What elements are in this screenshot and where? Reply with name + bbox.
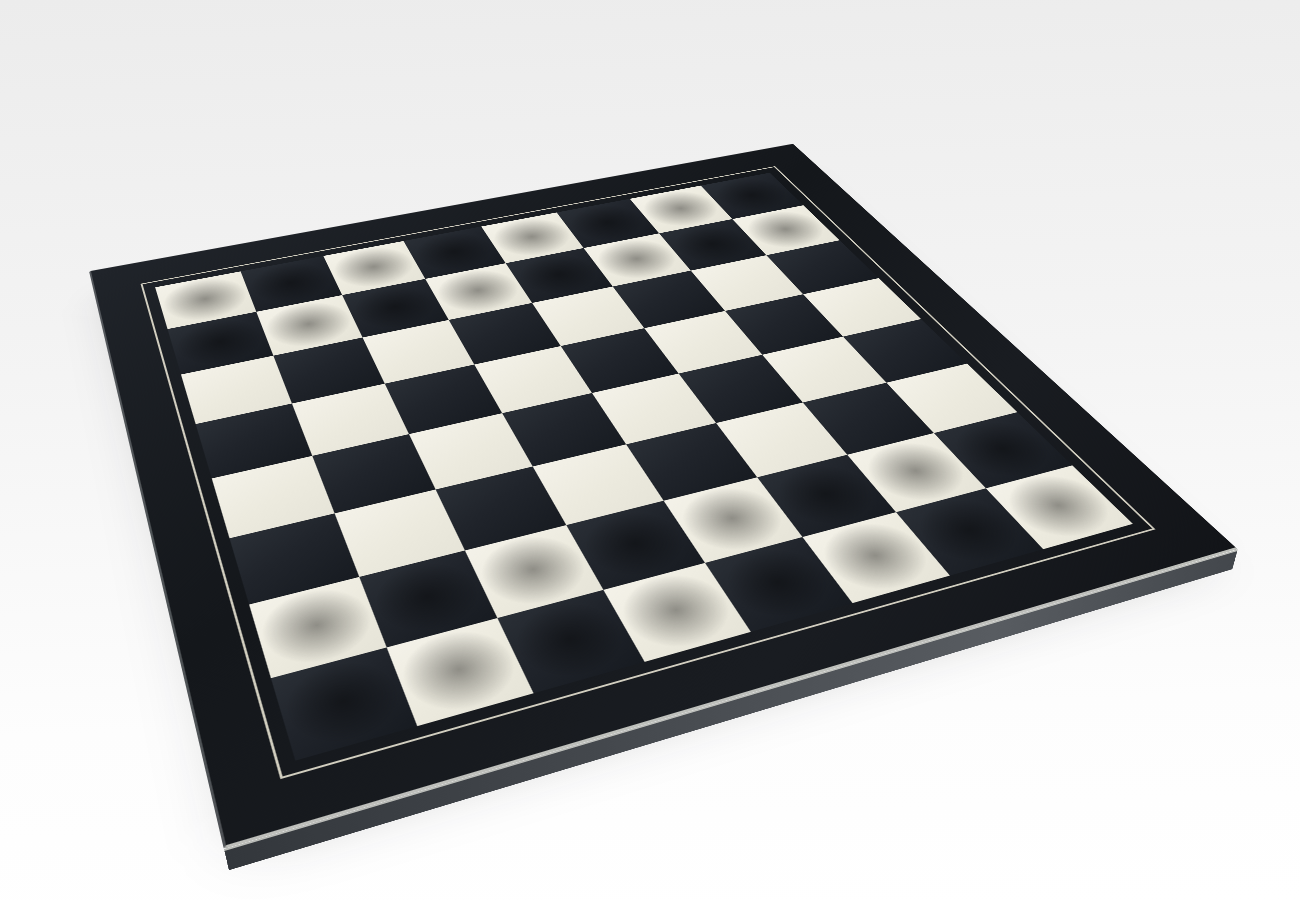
chessboard: ♜♞♝♛♚♝♞♜♟♟♟♟♟♟♟♟♟♟♟♟♟♟♟♟♜♞♝♛♚♝♞♜ xyxy=(89,144,1238,849)
white-rook-icon: ♜ xyxy=(268,468,418,737)
product-photo-scene: ♜♞♝♛♚♝♞♜♟♟♟♟♟♟♟♟♟♟♟♟♟♟♟♟♜♞♝♛♚♝♞♜ xyxy=(0,0,1300,900)
